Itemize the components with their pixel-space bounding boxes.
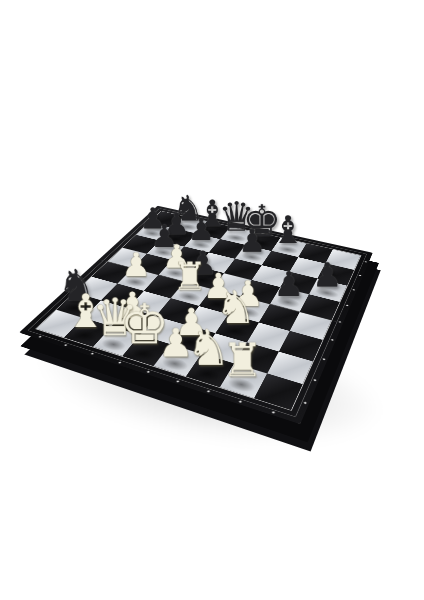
piece-shadow bbox=[128, 346, 159, 363]
board-wrap: ♞♝♛♚♝♟♟♟♟♟♟♟♟♟♟♜♟♟♞♞♟♟♝♛♚♟♞♜ bbox=[0, 0, 424, 600]
product-photo: ♞♝♛♚♝♟♟♟♟♟♟♟♟♟♟♜♟♟♞♞♟♟♝♛♚♟♞♜ bbox=[0, 0, 424, 600]
piece-shadow bbox=[191, 365, 223, 383]
board-frame: ♞♝♛♚♝♟♟♟♟♟♟♟♟♟♟♜♟♟♞♞♟♟♝♛♚♟♞♜ bbox=[19, 206, 373, 424]
chessboard: ♞♝♛♚♝♟♟♟♟♟♟♟♟♟♟♜♟♟♞♞♟♟♝♛♚♟♞♜ bbox=[19, 206, 373, 424]
piece-shadow bbox=[159, 355, 190, 373]
square-c1: ♛ bbox=[93, 327, 140, 357]
piece-shadow bbox=[314, 287, 340, 300]
piece-shadow bbox=[116, 317, 145, 332]
piece-shadow bbox=[69, 328, 99, 344]
piece-shadow bbox=[225, 375, 257, 394]
piece-shadow bbox=[163, 268, 189, 280]
square-b3 bbox=[101, 284, 144, 308]
square-e5 bbox=[212, 273, 251, 296]
piece-shadow bbox=[98, 337, 128, 353]
board-surface: ♞♝♛♚♝♟♟♟♟♟♟♟♟♟♟♜♟♟♞♞♟♟♝♛♚♟♞♜ bbox=[35, 211, 361, 411]
piece-shadow bbox=[61, 301, 89, 315]
